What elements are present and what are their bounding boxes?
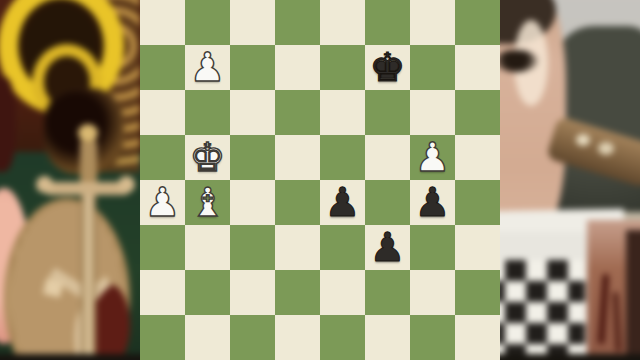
square-e2[interactable] — [320, 270, 365, 315]
square-d1[interactable] — [275, 315, 320, 360]
black-pawn-e4[interactable]: ♟ — [325, 180, 361, 225]
square-a8[interactable] — [140, 0, 185, 45]
square-b3[interactable] — [185, 225, 230, 270]
square-e8[interactable] — [320, 0, 365, 45]
right-artwork — [500, 0, 640, 360]
square-d3[interactable] — [275, 225, 320, 270]
square-a7[interactable] — [140, 45, 185, 90]
square-b6[interactable] — [185, 90, 230, 135]
epaulette-button-2 — [598, 142, 614, 155]
white-king-b5[interactable]: ♚ — [190, 135, 226, 180]
square-e4[interactable]: ♟ — [320, 180, 365, 225]
wood-panel-edge — [626, 230, 640, 360]
square-g6[interactable] — [410, 90, 455, 135]
square-d5[interactable] — [275, 135, 320, 180]
square-b7[interactable]: ♟ — [185, 45, 230, 90]
square-g2[interactable] — [410, 270, 455, 315]
square-g7[interactable] — [410, 45, 455, 90]
square-a3[interactable] — [140, 225, 185, 270]
square-h4[interactable] — [455, 180, 500, 225]
square-c6[interactable] — [230, 90, 275, 135]
square-b2[interactable] — [185, 270, 230, 315]
square-a6[interactable] — [140, 90, 185, 135]
square-d8[interactable] — [275, 0, 320, 45]
square-a2[interactable] — [140, 270, 185, 315]
square-g3[interactable] — [410, 225, 455, 270]
bottom-dark-strip — [500, 354, 640, 360]
square-a5[interactable] — [140, 135, 185, 180]
square-e7[interactable] — [320, 45, 365, 90]
square-h5[interactable] — [455, 135, 500, 180]
square-c8[interactable] — [230, 0, 275, 45]
square-h7[interactable] — [455, 45, 500, 90]
square-f7[interactable]: ♚ — [365, 45, 410, 90]
square-h2[interactable] — [455, 270, 500, 315]
square-f8[interactable] — [365, 0, 410, 45]
square-g4[interactable]: ♟ — [410, 180, 455, 225]
sword-guard-ball-right — [118, 176, 135, 193]
left-background-photo — [0, 0, 140, 360]
square-h6[interactable] — [455, 90, 500, 135]
video-frame: ♟♚♚♟♟♝♟♟♟ — [0, 0, 640, 360]
white-pawn-b7[interactable]: ♟ — [190, 45, 226, 90]
square-f4[interactable] — [365, 180, 410, 225]
chess-board[interactable]: ♟♚♚♟♟♝♟♟♟ — [140, 0, 500, 360]
white-pawn-a4[interactable]: ♟ — [145, 180, 181, 225]
white-bishop-b4[interactable]: ♝ — [190, 180, 226, 225]
hammer-head-artwork — [43, 278, 64, 297]
square-e1[interactable] — [320, 315, 365, 360]
square-g5[interactable]: ♟ — [410, 135, 455, 180]
square-a4[interactable]: ♟ — [140, 180, 185, 225]
black-pawn-g4[interactable]: ♟ — [415, 180, 451, 225]
square-b4[interactable]: ♝ — [185, 180, 230, 225]
square-c1[interactable] — [230, 315, 275, 360]
square-h3[interactable] — [455, 225, 500, 270]
bottom-dark-strip — [0, 354, 140, 360]
square-f3[interactable]: ♟ — [365, 225, 410, 270]
black-king-f7[interactable]: ♚ — [370, 45, 406, 90]
square-e3[interactable] — [320, 225, 365, 270]
square-f1[interactable] — [365, 315, 410, 360]
white-pawn-g5[interactable]: ♟ — [415, 135, 451, 180]
demo-chessboard-squares — [500, 260, 585, 360]
square-b5[interactable]: ♚ — [185, 135, 230, 180]
square-f6[interactable] — [365, 90, 410, 135]
square-d4[interactable] — [275, 180, 320, 225]
square-d2[interactable] — [275, 270, 320, 315]
square-d7[interactable] — [275, 45, 320, 90]
square-c2[interactable] — [230, 270, 275, 315]
epaulette-button — [576, 134, 590, 146]
sword-blade-artwork — [81, 192, 96, 360]
square-c3[interactable] — [230, 225, 275, 270]
square-g1[interactable] — [410, 315, 455, 360]
square-c7[interactable] — [230, 45, 275, 90]
square-g8[interactable] — [410, 0, 455, 45]
square-a1[interactable] — [140, 315, 185, 360]
square-c4[interactable] — [230, 180, 275, 225]
square-h1[interactable] — [455, 315, 500, 360]
square-c5[interactable] — [230, 135, 275, 180]
black-pawn-f3[interactable]: ♟ — [370, 225, 406, 270]
square-b8[interactable] — [185, 0, 230, 45]
right-background-photo — [500, 0, 640, 360]
square-e5[interactable] — [320, 135, 365, 180]
square-f5[interactable] — [365, 135, 410, 180]
square-e6[interactable] — [320, 90, 365, 135]
square-b1[interactable] — [185, 315, 230, 360]
square-d6[interactable] — [275, 90, 320, 135]
sword-guard-ball-left — [36, 176, 53, 193]
square-h8[interactable] — [455, 0, 500, 45]
left-artwork — [0, 0, 140, 360]
square-f2[interactable] — [365, 270, 410, 315]
sword-pommel-artwork — [78, 124, 98, 142]
